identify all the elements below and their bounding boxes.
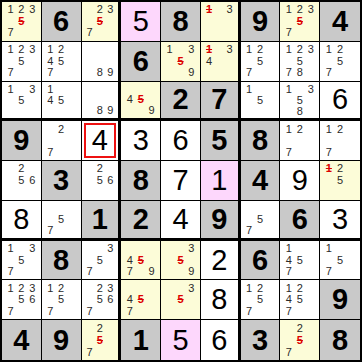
candidate-slot-empty <box>95 243 105 255</box>
candidate-2: 2 <box>16 282 27 294</box>
given-digit: 6 <box>133 47 149 76</box>
candidate-1: 1 <box>5 282 16 294</box>
cell-r7c7[interactable]: 6 <box>241 241 281 281</box>
candidate-slot-empty <box>146 243 157 255</box>
candidate-slot-empty <box>56 84 67 95</box>
candidate-7: 7 <box>45 306 56 318</box>
candidate-1-eliminated: 1 <box>323 163 334 175</box>
given-digit: 8 <box>172 7 188 36</box>
candidate-slot-empty <box>346 67 357 79</box>
candidate-1: 1 <box>283 243 294 255</box>
solved-digit: 2 <box>211 246 227 275</box>
candidate-slot-empty <box>105 84 115 95</box>
candidate-slot-empty <box>283 16 294 28</box>
given-digit: 9 <box>53 326 69 355</box>
candidate-grid: 359 <box>161 241 200 280</box>
cell-r1c5[interactable]: 8 <box>161 2 201 42</box>
candidate-slot-empty <box>56 147 67 159</box>
candidate-slot-empty <box>305 67 316 79</box>
candidate-slot-empty <box>85 55 95 67</box>
cell-r9c4[interactable]: 1 <box>121 320 161 360</box>
candidate-2: 2 <box>95 4 105 16</box>
cell-r4c8[interactable]: 127 <box>280 121 320 161</box>
candidate-slot-empty <box>56 135 67 147</box>
candidate-5: 5 <box>56 95 67 106</box>
candidate-slot-empty <box>266 306 277 318</box>
solved-digit: 5 <box>133 7 149 36</box>
cell-r6c1[interactable]: 8 <box>2 201 42 241</box>
cell-r9c6[interactable]: 6 <box>201 320 241 360</box>
candidate-slot-empty <box>146 306 157 318</box>
cell-r2c6[interactable]: 134 <box>201 42 241 82</box>
candidate-slot-empty <box>186 306 197 318</box>
candidate-slot-empty <box>16 243 27 255</box>
candidate-slot-empty <box>27 106 38 117</box>
candidate-slot-empty <box>266 294 277 306</box>
candidate-slot-empty <box>105 266 115 278</box>
candidate-slot-empty <box>244 214 255 225</box>
candidate-slot-empty <box>214 55 224 67</box>
candidate-7: 7 <box>5 27 16 39</box>
candidate-slot-empty <box>5 16 16 28</box>
candidate-slot-empty <box>85 334 95 346</box>
candidate-5: 5 <box>255 95 266 106</box>
candidate-slot-empty <box>27 55 38 67</box>
candidate-grid: 459 <box>121 82 160 119</box>
candidate-8: 8 <box>95 105 105 116</box>
candidate-grid: 12357 <box>280 2 319 41</box>
candidate-slot-empty <box>346 123 357 135</box>
cell-r7c9[interactable]: 157 <box>320 241 360 281</box>
cell-r8c7[interactable]: 1257 <box>241 280 281 320</box>
cell-r9c8[interactable]: 257 <box>280 320 320 360</box>
cell-r6c3[interactable]: 1 <box>82 201 122 241</box>
candidate-slot-empty <box>305 306 316 318</box>
cell-r6c6[interactable]: 9 <box>201 201 241 241</box>
solved-digit: 4 <box>92 126 108 155</box>
cell-r2c1[interactable]: 12357 <box>2 42 42 82</box>
cell-r8c4[interactable]: 457 <box>121 280 161 320</box>
cell-r8c1[interactable]: 123567 <box>2 280 42 320</box>
candidate-slot-empty <box>105 44 115 56</box>
candidate-slot-empty <box>346 243 357 255</box>
candidate-7: 7 <box>283 147 294 159</box>
candidate-slot-empty <box>305 55 316 67</box>
candidate-slot-empty <box>305 243 316 255</box>
given-digit: 4 <box>332 7 348 36</box>
cell-r9c7[interactable]: 3 <box>241 320 281 360</box>
candidate-slot-empty <box>95 55 105 67</box>
candidate-9: 9 <box>186 266 197 278</box>
candidate-grid: 257 <box>280 320 319 360</box>
candidate-slot-empty <box>266 203 277 214</box>
candidate-slot-empty <box>85 67 95 79</box>
cell-r5c4[interactable]: 8 <box>121 161 161 201</box>
candidate-slot-empty <box>255 67 266 79</box>
candidate-slot-empty <box>67 106 78 117</box>
candidate-slot-empty <box>124 282 135 294</box>
cell-r4c5[interactable]: 6 <box>161 121 201 161</box>
candidate-slot-empty <box>124 243 135 255</box>
candidate-slot-empty <box>244 106 255 117</box>
candidate-slot-empty <box>334 67 345 79</box>
cell-r7c3[interactable]: 357 <box>82 241 122 281</box>
cell-r5c7[interactable]: 4 <box>241 161 281 201</box>
candidate-3: 3 <box>305 84 316 95</box>
candidate-slot-empty <box>175 282 186 294</box>
candidate-slot-empty <box>186 55 197 67</box>
candidate-grid: 1257 <box>241 42 280 81</box>
cell-r4c1[interactable]: 9 <box>2 121 42 161</box>
cell-r3c9[interactable]: 6 <box>320 82 360 122</box>
cell-r5c6[interactable]: 1 <box>201 161 241 201</box>
candidate-slot-empty <box>346 254 357 266</box>
candidate-grid: 457 <box>121 280 160 319</box>
candidate-7: 7 <box>45 67 56 79</box>
candidate-grid: 12357 <box>2 2 41 41</box>
candidate-slot-empty <box>214 67 224 79</box>
cell-r9c5[interactable]: 5 <box>161 320 201 360</box>
candidate-slot-empty <box>67 214 78 225</box>
candidate-slot-empty <box>67 84 78 95</box>
candidate-slot-empty <box>27 27 38 39</box>
candidate-5: 5 <box>56 214 67 225</box>
candidate-4: 4 <box>283 294 294 306</box>
candidate-slot-empty <box>45 106 56 117</box>
candidate-8: 8 <box>95 67 105 79</box>
candidate-grid: 256 <box>2 161 41 200</box>
cell-r5c1[interactable]: 256 <box>2 161 42 201</box>
candidate-slot-empty <box>266 55 277 67</box>
candidate-3: 3 <box>305 44 316 56</box>
cell-r7c2[interactable]: 8 <box>42 241 82 281</box>
candidate-1: 1 <box>5 243 16 255</box>
candidate-slot-empty <box>85 175 95 187</box>
candidate-slot-empty <box>5 254 16 266</box>
candidate-slot-empty <box>224 16 234 28</box>
solved-digit: 6 <box>332 85 348 114</box>
cell-r3c4[interactable]: 459 <box>121 82 161 122</box>
candidate-slot-empty <box>85 186 95 198</box>
candidate-slot-empty <box>5 95 16 106</box>
candidate-2: 2 <box>56 282 67 294</box>
candidate-slot-empty <box>27 254 38 266</box>
candidate-5: 5 <box>255 214 266 225</box>
candidate-slot-empty <box>85 4 95 16</box>
candidate-grid: 134 <box>201 42 238 81</box>
candidate-slot-empty <box>186 254 197 266</box>
candidate-grid: 57 <box>42 201 81 238</box>
candidate-slot-empty <box>334 135 345 147</box>
cell-r7c5[interactable]: 359 <box>161 241 201 281</box>
candidate-9: 9 <box>146 266 157 278</box>
candidate-grid: 27 <box>42 121 81 160</box>
candidate-slot-empty <box>16 266 27 278</box>
solved-digit: 7 <box>172 166 188 195</box>
given-digit: 8 <box>133 166 149 195</box>
candidate-slot-empty <box>294 135 305 147</box>
candidate-1: 1 <box>323 44 334 56</box>
candidate-slot-empty <box>45 135 56 147</box>
cell-r4c7[interactable]: 8 <box>241 121 281 161</box>
candidate-slot-empty <box>346 55 357 67</box>
candidate-slot-empty <box>244 55 255 67</box>
solved-digit: 9 <box>292 166 308 195</box>
cell-r4c4[interactable]: 3 <box>121 121 161 161</box>
cell-r1c3[interactable]: 2357 <box>82 2 122 42</box>
candidate-slot-empty <box>67 282 78 294</box>
candidate-slot-empty <box>135 105 146 116</box>
cell-r3c8[interactable]: 1358 <box>280 82 320 122</box>
cell-r3c5[interactable]: 2 <box>161 82 201 122</box>
given-digit: 8 <box>252 126 268 155</box>
candidate-slot-empty <box>45 203 56 214</box>
candidate-7: 7 <box>124 306 135 318</box>
cell-r8c3[interactable]: 23567 <box>82 280 122 320</box>
cell-r8c8[interactable]: 12457 <box>280 280 320 320</box>
candidate-slot-empty <box>214 4 224 16</box>
candidate-2: 2 <box>334 163 345 175</box>
candidate-slot-empty <box>164 294 175 306</box>
candidate-slot-empty <box>214 16 224 28</box>
candidate-slot-empty <box>224 55 234 67</box>
candidate-slot-empty <box>323 175 334 187</box>
cell-r1c1[interactable]: 12357 <box>2 2 42 42</box>
candidate-5: 5 <box>334 254 345 266</box>
candidate-4: 4 <box>124 294 135 306</box>
candidate-5: 5 <box>95 175 105 187</box>
candidate-slot-empty <box>346 135 357 147</box>
candidate-1: 1 <box>323 243 334 255</box>
candidate-2: 2 <box>294 322 305 334</box>
solved-digit: 4 <box>172 205 188 234</box>
candidate-2: 2 <box>294 123 305 135</box>
cell-r6c5[interactable]: 4 <box>161 201 201 241</box>
candidate-slot-empty <box>294 266 305 278</box>
cell-r5c2[interactable]: 3 <box>42 161 82 201</box>
candidate-slot-empty <box>266 106 277 117</box>
cell-r2c4[interactable]: 6 <box>121 42 161 82</box>
candidate-slot-empty <box>67 294 78 306</box>
candidate-5-eliminated: 5 <box>175 254 186 266</box>
candidate-3: 3 <box>186 243 197 255</box>
cell-r7c4[interactable]: 4579 <box>121 241 161 281</box>
cell-r2c2[interactable]: 12457 <box>42 42 82 82</box>
given-digit: 3 <box>53 166 69 195</box>
candidate-3: 3 <box>186 282 197 294</box>
candidate-slot-empty <box>305 294 316 306</box>
given-digit: 5 <box>211 126 227 155</box>
cell-r7c8[interactable]: 1457 <box>280 241 320 281</box>
given-digit: 7 <box>211 85 227 114</box>
cell-r4c2[interactable]: 27 <box>42 121 82 161</box>
cell-r1c6[interactable]: 13 <box>201 2 241 42</box>
candidate-7: 7 <box>244 306 255 318</box>
candidate-1: 1 <box>244 282 255 294</box>
cell-r1c8[interactable]: 12357 <box>280 2 320 42</box>
cell-r8c2[interactable]: 1257 <box>42 280 82 320</box>
cell-r9c2[interactable]: 9 <box>42 320 82 360</box>
candidate-slot-empty <box>105 16 115 28</box>
candidate-2: 2 <box>56 123 67 135</box>
candidate-slot-empty <box>164 282 175 294</box>
candidate-1: 1 <box>244 44 255 56</box>
candidate-slot-empty <box>105 322 115 334</box>
candidate-slot-empty <box>294 243 305 255</box>
candidate-1: 1 <box>5 84 16 95</box>
candidate-slot-empty <box>135 266 146 278</box>
candidate-slot-empty <box>305 334 316 346</box>
cell-r5c8[interactable]: 9 <box>280 161 320 201</box>
cell-r1c7[interactable]: 9 <box>241 2 281 42</box>
given-digit: 6 <box>252 246 268 275</box>
candidate-slot-empty <box>244 294 255 306</box>
cell-r6c7[interactable]: 57 <box>241 201 281 241</box>
candidate-2: 2 <box>255 44 266 56</box>
candidate-6: 6 <box>27 294 38 306</box>
candidate-2: 2 <box>95 322 105 334</box>
candidate-1: 1 <box>5 4 16 16</box>
cell-r3c2[interactable]: 145 <box>42 82 82 122</box>
candidate-grid: 12357 <box>2 42 41 81</box>
candidate-slot-empty <box>85 322 95 334</box>
given-digit: 2 <box>133 205 149 234</box>
cell-r6c9[interactable]: 3 <box>320 201 360 241</box>
candidate-3: 3 <box>105 243 115 255</box>
candidate-slot-empty <box>305 135 316 147</box>
candidate-grid: 12457 <box>280 280 319 319</box>
candidate-7: 7 <box>323 266 334 278</box>
candidate-grid: 89 <box>82 82 119 119</box>
cell-r6c8[interactable]: 6 <box>280 201 320 241</box>
cell-r9c1[interactable]: 4 <box>2 320 42 360</box>
cell-r5c5[interactable]: 7 <box>161 161 201 201</box>
candidate-slot-empty <box>334 147 345 159</box>
candidate-slot-empty <box>135 306 146 318</box>
candidate-5-eliminated: 5 <box>175 55 186 67</box>
cell-r8c5[interactable]: 35 <box>161 280 201 320</box>
candidate-7: 7 <box>5 266 16 278</box>
cell-r2c9[interactable]: 1257 <box>320 42 360 82</box>
candidate-slot-empty <box>146 254 157 266</box>
cell-r4c9[interactable]: 127 <box>320 121 360 161</box>
candidate-slot-empty <box>266 225 277 236</box>
cell-r2c3[interactable]: 89 <box>82 42 122 82</box>
candidate-7: 7 <box>85 266 95 278</box>
candidate-slot-empty <box>56 106 67 117</box>
cell-r7c1[interactable]: 1357 <box>2 241 42 281</box>
candidate-slot-empty <box>346 44 357 56</box>
candidate-slot-empty <box>124 105 135 116</box>
candidate-slot-empty <box>16 106 27 117</box>
candidate-6: 6 <box>105 175 115 187</box>
candidate-slot-empty <box>255 106 266 117</box>
cell-r2c7[interactable]: 1257 <box>241 42 281 82</box>
candidate-slot-empty <box>294 346 305 358</box>
cell-r4c3[interactable]: 4 <box>82 121 122 161</box>
cell-r4c6[interactable]: 5 <box>201 121 241 161</box>
cell-r5c3[interactable]: 256 <box>82 161 122 201</box>
solved-digit: 8 <box>211 285 227 314</box>
candidate-5: 5 <box>56 55 67 67</box>
cell-r5c9[interactable]: 125 <box>320 161 360 201</box>
cell-r1c2[interactable]: 6 <box>42 2 82 42</box>
cell-r3c7[interactable]: 15 <box>241 82 281 122</box>
candidate-grid: 1357 <box>2 241 41 280</box>
candidate-slot-empty <box>105 163 115 175</box>
candidate-1: 1 <box>45 84 56 95</box>
candidate-slot-empty <box>27 95 38 106</box>
cell-r9c9[interactable]: 8 <box>320 320 360 360</box>
cell-r8c6[interactable]: 8 <box>201 280 241 320</box>
candidate-7: 7 <box>85 306 95 318</box>
candidate-7: 7 <box>283 346 294 358</box>
candidate-slot-empty <box>266 44 277 56</box>
cell-r3c3[interactable]: 89 <box>82 82 122 122</box>
cell-r1c4[interactable]: 5 <box>121 2 161 42</box>
candidate-slot-empty <box>105 334 115 346</box>
cell-r1c9[interactable]: 4 <box>320 2 360 42</box>
candidate-slot-empty <box>244 203 255 214</box>
candidate-4: 4 <box>124 94 135 105</box>
candidate-5: 5 <box>16 55 27 67</box>
cell-r9c3[interactable]: 257 <box>82 320 122 360</box>
candidate-2: 2 <box>16 4 27 16</box>
solved-digit: 1 <box>211 166 227 195</box>
candidate-slot-empty <box>27 266 38 278</box>
cell-r6c2[interactable]: 57 <box>42 201 82 241</box>
candidate-3: 3 <box>105 282 115 294</box>
candidate-slot-empty <box>323 135 334 147</box>
candidate-slot-empty <box>67 67 78 79</box>
candidate-slot-empty <box>175 266 186 278</box>
candidate-1: 1 <box>323 123 334 135</box>
cell-r2c5[interactable]: 1359 <box>161 42 201 82</box>
candidate-slot-empty <box>95 44 105 56</box>
candidate-7: 7 <box>283 266 294 278</box>
candidate-grid: 35 <box>161 280 200 319</box>
candidate-slot-empty <box>164 55 175 67</box>
candidate-grid: 4579 <box>121 241 160 280</box>
cell-r6c4[interactable]: 2 <box>121 201 161 241</box>
candidate-slot-empty <box>305 254 316 266</box>
candidate-grid: 15 <box>241 82 280 119</box>
cell-r2c8[interactable]: 123578 <box>280 42 320 82</box>
candidate-2: 2 <box>294 44 305 56</box>
candidate-5: 5 <box>16 254 27 266</box>
candidate-3: 3 <box>186 44 197 56</box>
cell-r3c6[interactable]: 7 <box>201 82 241 122</box>
cell-r3c1[interactable]: 135 <box>2 82 42 122</box>
candidate-slot-empty <box>67 203 78 214</box>
candidate-1: 1 <box>283 4 294 16</box>
candidate-slot-empty <box>56 67 67 79</box>
candidate-2: 2 <box>294 4 305 16</box>
candidate-slot-empty <box>305 16 316 28</box>
candidate-slot-empty <box>305 282 316 294</box>
candidate-grid: 145 <box>42 82 81 119</box>
candidate-slot-empty <box>305 346 316 358</box>
candidate-slot-empty <box>266 214 277 225</box>
candidate-slot-empty <box>146 294 157 306</box>
sudoku-board: 1235762357581391235741235712457896135913… <box>0 0 362 362</box>
candidate-grid: 123567 <box>2 280 41 319</box>
candidate-slot-empty <box>334 243 345 255</box>
candidate-grid: 123578 <box>280 42 319 81</box>
candidate-slot-empty <box>266 282 277 294</box>
cell-r7c6[interactable]: 2 <box>201 241 241 281</box>
cell-r8c9[interactable]: 9 <box>320 280 360 320</box>
